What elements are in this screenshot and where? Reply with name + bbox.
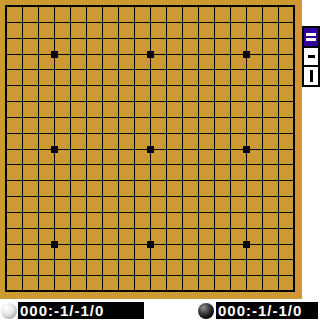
go-board[interactable] xyxy=(0,0,302,299)
grid-line xyxy=(5,180,295,181)
sidebar-toolbar xyxy=(302,26,320,87)
grid-line xyxy=(5,275,295,276)
equals-icon xyxy=(306,33,316,41)
vbar-button[interactable] xyxy=(304,67,318,85)
equals-button[interactable] xyxy=(304,28,318,46)
grid-line xyxy=(278,5,279,292)
grid-line xyxy=(230,5,231,292)
star-point xyxy=(51,51,58,58)
grid-line xyxy=(182,5,183,292)
grid-line xyxy=(5,164,295,165)
black-player-status: 000:-1/-1/0 xyxy=(216,302,318,319)
vertical-bar-icon xyxy=(310,70,313,82)
white-player-status: 000:-1/-1/0 xyxy=(18,302,144,319)
app-screen: 000:-1/-1/0 000:-1/-1/0 xyxy=(0,0,320,320)
star-point xyxy=(147,51,154,58)
minus-icon xyxy=(308,55,315,58)
grid-line xyxy=(5,196,295,197)
star-point xyxy=(147,241,154,248)
grid-line xyxy=(262,5,263,292)
grid-line xyxy=(293,5,295,292)
grid-line xyxy=(5,228,295,229)
star-point xyxy=(243,146,250,153)
star-point xyxy=(243,241,250,248)
star-point xyxy=(243,51,250,58)
grid-line xyxy=(214,5,215,292)
black-stone-icon xyxy=(198,303,214,319)
star-point xyxy=(51,146,58,153)
grid-line xyxy=(166,5,167,292)
white-stone-icon xyxy=(1,303,17,319)
status-bar: 000:-1/-1/0 000:-1/-1/0 xyxy=(0,299,320,320)
star-point xyxy=(147,146,154,153)
grid-line xyxy=(5,212,295,213)
grid-line xyxy=(5,290,295,292)
minus-button[interactable] xyxy=(304,48,318,66)
star-point xyxy=(51,241,58,248)
grid-line xyxy=(198,5,199,292)
grid-line xyxy=(5,259,295,260)
